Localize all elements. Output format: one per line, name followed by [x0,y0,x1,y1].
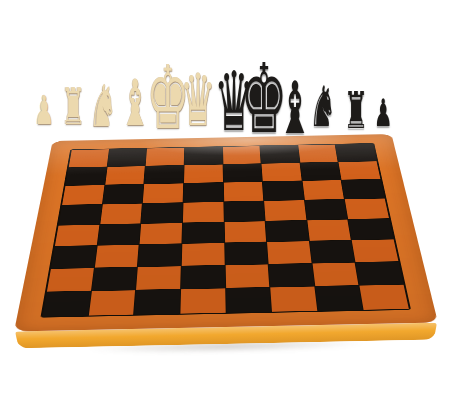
board-square-r8c3[interactable] [134,290,180,315]
board-square-r1c8[interactable] [336,144,377,162]
board-square-r4c7[interactable] [305,199,348,219]
board-square-r4c8[interactable] [345,198,389,218]
board-square-r5c3[interactable] [140,223,182,245]
board-grid [40,143,411,318]
board-square-r2c6[interactable] [262,163,302,182]
board-square-r6c2[interactable] [95,245,139,268]
board-square-r6c7[interactable] [310,240,355,263]
board-square-r3c4[interactable] [183,183,223,203]
white-pawn-piece[interactable]: ♟ [34,90,54,130]
black-bishop-piece[interactable]: ♝ [277,72,313,144]
board-square-r2c4[interactable] [184,164,223,183]
board-square-r5c2[interactable] [97,224,140,246]
white-rook-piece[interactable]: ♜ [61,82,86,132]
white-queen-piece[interactable]: ♛ [180,64,216,136]
board-square-r8c2[interactable] [88,290,135,315]
board-square-r8c5[interactable] [226,288,271,313]
board-square-r4c6[interactable] [264,200,306,220]
chess-board [14,134,438,331]
product-photo: ♟ ♜ ♞ ♝ ♚ ♛ ♛ ♚ ♝ ♞ ♜ ♟ [0,0,450,415]
board-square-r3c8[interactable] [342,179,385,198]
black-pawn-piece[interactable]: ♟ [374,94,393,132]
black-knight-piece[interactable]: ♞ [309,79,337,135]
board-square-r1c4[interactable] [184,147,222,165]
white-knight-piece[interactable]: ♞ [89,77,118,135]
board-square-r6c3[interactable] [138,244,181,267]
board-square-r2c2[interactable] [105,166,145,185]
black-rook-piece[interactable]: ♜ [343,85,368,136]
board-square-r7c2[interactable] [92,267,138,291]
board-square-r6c4[interactable] [182,243,225,266]
board-square-r6c1[interactable] [51,246,96,269]
board-square-r5c4[interactable] [182,222,224,244]
board-square-r4c4[interactable] [183,202,224,223]
board-square-r7c4[interactable] [181,265,225,289]
board-square-r6c5[interactable] [225,242,268,265]
board-square-r5c6[interactable] [266,220,309,241]
board-square-r2c8[interactable] [339,161,381,180]
board-square-r4c1[interactable] [59,204,102,225]
board-square-r4c3[interactable] [141,203,182,224]
board-square-r4c5[interactable] [224,201,265,221]
board-square-r8c8[interactable] [360,285,409,310]
board-square-r5c8[interactable] [349,218,394,239]
board-square-r7c7[interactable] [312,262,358,286]
board-square-r7c1[interactable] [47,268,94,292]
board-square-r8c6[interactable] [270,287,317,312]
board-square-r2c1[interactable] [66,167,107,186]
board-square-r6c8[interactable] [352,239,398,262]
board-square-r7c5[interactable] [225,264,269,288]
board-square-r5c5[interactable] [224,221,266,242]
board-square-r5c1[interactable] [55,225,99,247]
board-square-r1c1[interactable] [69,149,109,167]
board-square-r4c2[interactable] [100,204,142,225]
board-square-r3c3[interactable] [143,184,183,204]
board-square-r6c6[interactable] [267,241,311,264]
board-square-r1c2[interactable] [107,149,146,167]
board-square-r8c4[interactable] [180,289,225,314]
board-square-r8c7[interactable] [315,286,363,311]
board-square-r3c6[interactable] [263,181,304,201]
board-square-r2c7[interactable] [300,162,341,181]
board-square-r8c1[interactable] [43,291,91,316]
board-square-r3c1[interactable] [62,185,104,205]
board-square-r7c6[interactable] [269,263,314,287]
board-square-r3c5[interactable] [223,182,263,202]
board-square-r3c2[interactable] [103,184,144,204]
board-square-r2c5[interactable] [223,164,262,183]
board-square-r7c3[interactable] [136,266,180,290]
board-square-r7c8[interactable] [356,262,404,286]
board-square-r5c7[interactable] [307,219,351,240]
board-square-r3c7[interactable] [302,180,344,200]
board-square-r2c3[interactable] [144,165,183,184]
board-square-r1c3[interactable] [146,148,184,166]
